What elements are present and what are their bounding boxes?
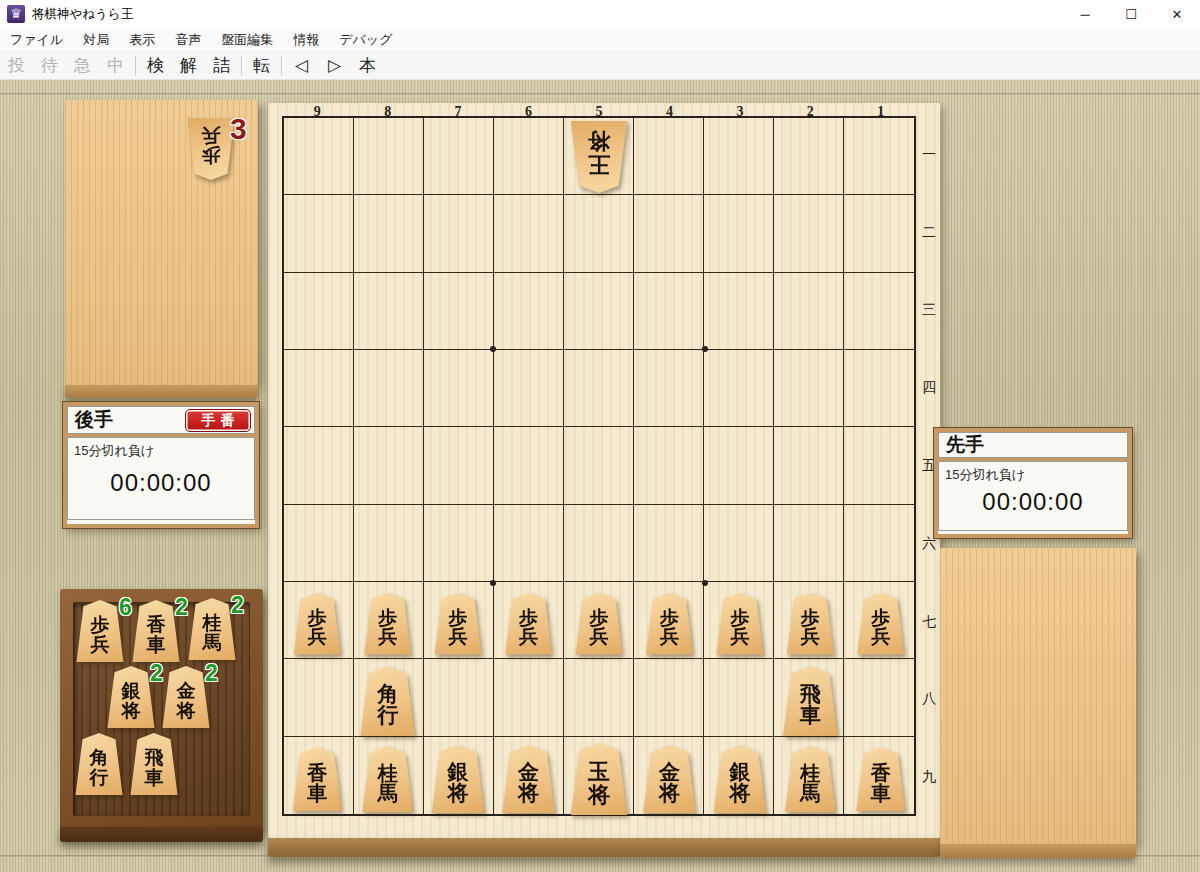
shogi-piece-box-金将[interactable]: 金将 (161, 666, 211, 728)
board-cell-4五[interactable] (634, 427, 704, 504)
file-label-9: 9 (282, 104, 352, 120)
board-cell-9二[interactable] (284, 195, 354, 272)
app-window: ♛ 将棋神やねうら王 ─ ☐ ✕ ファイル対局表示音声盤面編集情報デバッグ 投待… (0, 0, 1200, 872)
shogi-piece-歩兵-27[interactable]: 歩兵 (785, 593, 835, 655)
menu-item-2[interactable]: 表示 (119, 28, 165, 52)
turn-badge: 手番 (185, 409, 251, 432)
board-cell-3一[interactable] (704, 118, 774, 195)
board-cell-4八[interactable] (634, 659, 704, 736)
board-cell-3八[interactable] (704, 659, 774, 736)
file-label-6: 6 (494, 104, 564, 120)
board-cell-3四[interactable] (704, 350, 774, 427)
toolbar-button-▷[interactable]: ▷ (318, 52, 351, 80)
toolbar-button-急: 急 (66, 52, 99, 80)
piece-count: 2 (231, 594, 244, 617)
board-cell-6八[interactable] (494, 659, 564, 736)
sente-name: 先手 (946, 432, 984, 458)
board-cell-2六[interactable] (774, 505, 844, 582)
file-label-8: 8 (353, 104, 423, 120)
piece-count: 2 (205, 662, 218, 685)
toolbar-button-解[interactable]: 解 (172, 52, 205, 80)
star-point (702, 580, 708, 586)
file-label-4: 4 (634, 104, 704, 120)
board-cell-8二[interactable] (354, 195, 424, 272)
file-label-5: 5 (564, 104, 634, 120)
board-cell-2三[interactable] (774, 273, 844, 350)
tatami-background: 後手 手番 15分切れ負け 00:00:00 987654321一二三四五六七八… (0, 80, 1200, 872)
board-cell-1八[interactable] (844, 659, 914, 736)
shogi-piece-香車-99[interactable]: 香車 (291, 747, 343, 811)
board-cell-4三[interactable] (634, 273, 704, 350)
board-cell-5八[interactable] (564, 659, 634, 736)
shogi-piece-金将-69[interactable]: 金将 (501, 745, 557, 813)
menu-item-1[interactable]: 対局 (73, 28, 119, 52)
board-cell-9三[interactable] (284, 273, 354, 350)
board-cell-7一[interactable] (424, 118, 494, 195)
shogi-piece-歩兵-37[interactable]: 歩兵 (715, 593, 765, 655)
board-cell-5三[interactable] (564, 273, 634, 350)
board-cell-5五[interactable] (564, 427, 634, 504)
toolbar-button-待: 待 (33, 52, 66, 80)
board-cell-7八[interactable] (424, 659, 494, 736)
piece-count: 6 (119, 596, 132, 619)
board-cell-3二[interactable] (704, 195, 774, 272)
board-cell-6五[interactable] (494, 427, 564, 504)
board-cell-8三[interactable] (354, 273, 424, 350)
board-cell-7四[interactable] (424, 350, 494, 427)
close-button[interactable]: ✕ (1154, 0, 1200, 28)
shogi-piece-歩兵-57[interactable]: 歩兵 (574, 593, 624, 655)
board-cell-7三[interactable] (424, 273, 494, 350)
toolbar-separator (281, 56, 282, 76)
board-cell-9一[interactable] (284, 118, 354, 195)
board-cell-2二[interactable] (774, 195, 844, 272)
toolbar-separator (135, 56, 136, 76)
shogi-piece-桂馬-89[interactable]: 桂馬 (361, 746, 415, 812)
board-cell-1五[interactable] (844, 427, 914, 504)
menu-item-4[interactable]: 盤面編集 (211, 28, 283, 52)
gote-name: 後手 (75, 407, 113, 433)
shogi-piece-歩兵-47[interactable]: 歩兵 (644, 593, 694, 655)
rank-label-四: 四 (918, 379, 940, 397)
board-cell-1三[interactable] (844, 273, 914, 350)
shogi-piece-金将-49[interactable]: 金将 (641, 745, 697, 813)
tatami-seam (0, 93, 1200, 96)
shogi-piece-box-香車[interactable]: 香車 (131, 600, 181, 662)
board-cell-7二[interactable] (424, 195, 494, 272)
rank-label-八: 八 (918, 690, 940, 708)
shogi-piece-銀将-79[interactable]: 銀将 (430, 745, 486, 813)
board-cell-6三[interactable] (494, 273, 564, 350)
shogi-piece-歩兵-67[interactable]: 歩兵 (504, 593, 554, 655)
rank-label-九: 九 (918, 768, 940, 786)
board-cell-8五[interactable] (354, 427, 424, 504)
toolbar-button-検[interactable]: 検 (139, 52, 172, 80)
menu-bar: ファイル対局表示音声盤面編集情報デバッグ (0, 28, 1200, 52)
board-cell-1二[interactable] (844, 195, 914, 272)
app-icon: ♛ (7, 5, 25, 23)
board-cell-4六[interactable] (634, 505, 704, 582)
file-label-3: 3 (705, 104, 775, 120)
toolbar-button-転[interactable]: 転 (245, 52, 278, 80)
shogi-piece-香車-19[interactable]: 香車 (855, 747, 907, 811)
board-cell-9八[interactable] (284, 659, 354, 736)
board-cell-2四[interactable] (774, 350, 844, 427)
board-cell-6六[interactable] (494, 505, 564, 582)
board-cell-6二[interactable] (494, 195, 564, 272)
sente-piece-stand-edge (940, 844, 1136, 858)
gote-piece-stand-edge (65, 385, 258, 398)
board-cell-3六[interactable] (704, 505, 774, 582)
board-cell-3五[interactable] (704, 427, 774, 504)
board-cell-8一[interactable] (354, 118, 424, 195)
star-point (490, 580, 496, 586)
gote-player-panel: 後手 手番 15分切れ負け 00:00:00 (63, 402, 259, 528)
toolbar-separator (241, 56, 242, 76)
shogi-board-edge (268, 838, 940, 857)
gote-clock: 00:00:00 (67, 469, 255, 497)
sente-clock: 00:00:00 (938, 488, 1128, 516)
shogi-piece-box-角行[interactable]: 角行 (74, 733, 124, 795)
sente-player-panel: 先手 15分切れ負け 00:00:00 (934, 428, 1132, 538)
board-cell-4四[interactable] (634, 350, 704, 427)
shogi-piece-銀将-39[interactable]: 銀将 (712, 745, 768, 813)
menu-item-5[interactable]: 情報 (283, 28, 329, 52)
board-cell-5二[interactable] (564, 195, 634, 272)
star-point (702, 346, 708, 352)
shogi-piece-box-桂馬[interactable]: 桂馬 (187, 598, 237, 660)
board-cell-3三[interactable] (704, 273, 774, 350)
shogi-piece-box-歩兵[interactable]: 歩兵 (75, 600, 125, 662)
piece-count: 2 (175, 596, 188, 619)
rank-label-三: 三 (918, 301, 940, 319)
shogi-piece-hand-歩兵[interactable]: 歩兵 (186, 118, 236, 180)
toolbar-button-本[interactable]: 本 (351, 52, 384, 80)
file-label-2: 2 (775, 104, 845, 120)
title-bar: ♛ 将棋神やねうら王 ─ ☐ ✕ (0, 0, 1200, 28)
toolbar-button-詰[interactable]: 詰 (205, 52, 238, 80)
board-cell-1六[interactable] (844, 505, 914, 582)
shogi-piece-歩兵-97[interactable]: 歩兵 (292, 593, 342, 655)
board-cell-4一[interactable] (634, 118, 704, 195)
shogi-piece-桂馬-29[interactable]: 桂馬 (783, 746, 837, 812)
board-cell-9六[interactable] (284, 505, 354, 582)
shogi-piece-王将-51[interactable]: 王将 (569, 121, 629, 193)
board-cell-2五[interactable] (774, 427, 844, 504)
board-cell-4二[interactable] (634, 195, 704, 272)
board-cell-6四[interactable] (494, 350, 564, 427)
board-cell-9五[interactable] (284, 427, 354, 504)
board-cell-5六[interactable] (564, 505, 634, 582)
shogi-piece-box-飛車[interactable]: 飛車 (129, 733, 179, 795)
rank-label-七: 七 (918, 613, 940, 631)
piece-count: 3 (230, 114, 247, 144)
file-label-1: 1 (846, 104, 916, 120)
shogi-piece-飛車-28[interactable]: 飛車 (781, 666, 839, 736)
rank-label-二: 二 (918, 224, 940, 242)
minimize-button[interactable]: ─ (1062, 0, 1108, 28)
board-cell-8六[interactable] (354, 505, 424, 582)
board-cell-9四[interactable] (284, 350, 354, 427)
shogi-piece-box-銀将[interactable]: 銀将 (106, 666, 156, 728)
toolbar-button-投: 投 (0, 52, 33, 80)
shogi-piece-歩兵-77[interactable]: 歩兵 (433, 593, 483, 655)
board-cell-1一[interactable] (844, 118, 914, 195)
sente-time-rule: 15分切れ負け (938, 461, 1128, 484)
board-cell-6一[interactable] (494, 118, 564, 195)
shogi-piece-歩兵-87[interactable]: 歩兵 (363, 593, 413, 655)
sente-piece-stand[interactable] (940, 548, 1136, 844)
shogi-piece-玉将-59[interactable]: 玉将 (569, 743, 629, 815)
menu-item-3[interactable]: 音声 (165, 28, 211, 52)
board-cell-5四[interactable] (564, 350, 634, 427)
toolbar: 投待急中検解詰転◁▷本 (0, 52, 1200, 80)
toolbar-button-◁[interactable]: ◁ (285, 52, 318, 80)
shogi-piece-歩兵-17[interactable]: 歩兵 (856, 593, 906, 655)
gote-time-rule: 15分切れ負け (67, 437, 255, 460)
shogi-piece-角行-88[interactable]: 角行 (359, 666, 417, 736)
board-cell-1四[interactable] (844, 350, 914, 427)
menu-item-6[interactable]: デバッグ (329, 28, 402, 52)
board-cell-7五[interactable] (424, 427, 494, 504)
file-label-7: 7 (423, 104, 493, 120)
piece-box-edge (60, 827, 263, 842)
board-cell-7六[interactable] (424, 505, 494, 582)
board-cell-2一[interactable] (774, 118, 844, 195)
toolbar-button-中: 中 (99, 52, 132, 80)
rank-label-一: 一 (918, 146, 940, 164)
board-cell-8四[interactable] (354, 350, 424, 427)
window-title: 将棋神やねうら王 (32, 6, 133, 23)
maximize-button[interactable]: ☐ (1108, 0, 1154, 28)
menu-item-0[interactable]: ファイル (0, 28, 73, 52)
